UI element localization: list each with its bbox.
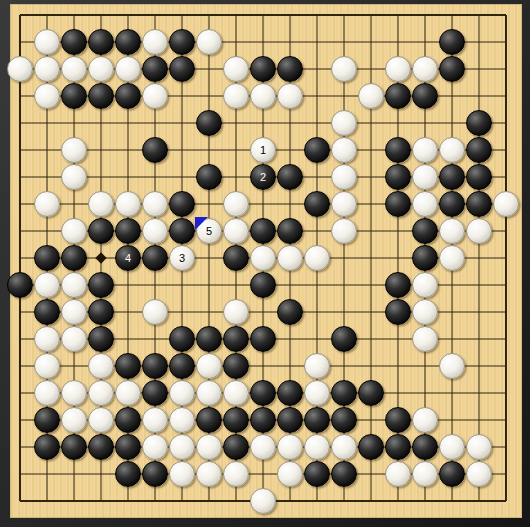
stone-black[interactable] [331,461,357,487]
stone-black[interactable] [466,137,492,163]
stone-white[interactable] [358,83,384,109]
stone-black[interactable] [439,56,465,82]
stone-white[interactable] [277,245,303,271]
stone-black[interactable] [88,434,114,460]
stone-black[interactable] [304,461,330,487]
stone-white[interactable] [331,137,357,163]
stone-black[interactable]: 4 [115,245,141,271]
stone-black[interactable] [223,353,249,379]
stone-white[interactable] [34,191,60,217]
stone-black[interactable] [7,272,33,298]
stone-black[interactable] [61,83,87,109]
stone-black[interactable] [385,407,411,433]
stone-white[interactable] [277,83,303,109]
stone-black[interactable] [358,380,384,406]
stone-white[interactable] [223,56,249,82]
stone-black[interactable] [34,299,60,325]
stone-black[interactable] [61,434,87,460]
stone-black[interactable] [88,272,114,298]
stone-black[interactable] [142,461,168,487]
stone-white[interactable] [115,191,141,217]
stone-white[interactable] [412,407,438,433]
stone-white[interactable] [304,380,330,406]
stone-white[interactable] [466,218,492,244]
stone-black[interactable] [115,434,141,460]
stone-white[interactable] [88,353,114,379]
stone-black[interactable] [439,191,465,217]
stone-black[interactable] [412,434,438,460]
stone-white[interactable] [331,56,357,82]
stone-white[interactable] [196,434,222,460]
stone-white[interactable] [331,191,357,217]
stone-black[interactable] [115,29,141,55]
stone-black[interactable] [385,272,411,298]
stone-white[interactable] [169,461,195,487]
stone-white[interactable] [61,272,87,298]
stone-white[interactable] [34,83,60,109]
move-number-label: 3 [179,253,185,264]
stone-black[interactable] [439,461,465,487]
stone-white[interactable] [439,137,465,163]
stone-black[interactable] [439,164,465,190]
stone-white[interactable] [385,461,411,487]
stone-black[interactable] [223,326,249,352]
stone-black[interactable] [142,380,168,406]
stone-black[interactable] [115,353,141,379]
stone-white[interactable] [196,461,222,487]
stone-white[interactable] [61,164,87,190]
stone-white[interactable] [61,407,87,433]
stone-white[interactable] [223,218,249,244]
stone-white[interactable] [34,326,60,352]
stone-black[interactable] [115,218,141,244]
stone-black[interactable] [169,218,195,244]
stone-black[interactable] [385,191,411,217]
stone-black[interactable] [466,191,492,217]
stone-black[interactable] [412,245,438,271]
stone-white[interactable] [412,137,438,163]
move-number-label: 1 [260,145,266,156]
stone-black[interactable] [61,29,87,55]
stone-white[interactable] [439,353,465,379]
stone-black[interactable] [169,191,195,217]
stone-black[interactable] [88,29,114,55]
stone-white[interactable] [439,434,465,460]
stone-white[interactable] [277,461,303,487]
stone-white[interactable] [250,434,276,460]
stone-white[interactable] [196,29,222,55]
stone-black[interactable] [142,137,168,163]
stone-white[interactable] [331,218,357,244]
stone-white[interactable] [304,245,330,271]
stone-white[interactable] [34,272,60,298]
stone-black[interactable] [385,299,411,325]
stone-white[interactable] [61,137,87,163]
stone-black[interactable] [223,434,249,460]
stone-black[interactable] [88,326,114,352]
stone-white[interactable] [250,245,276,271]
stone-black[interactable] [250,380,276,406]
stone-white[interactable] [277,434,303,460]
stone-black[interactable] [223,245,249,271]
move-number-label: 4 [125,253,131,264]
stone-black[interactable] [196,164,222,190]
stone-white[interactable] [142,83,168,109]
stone-white[interactable] [115,380,141,406]
stone-white[interactable] [88,56,114,82]
stone-white[interactable] [61,56,87,82]
stone-white[interactable] [34,29,60,55]
stone-black[interactable] [115,407,141,433]
stone-white[interactable] [331,434,357,460]
stone-black[interactable] [169,56,195,82]
stone-white[interactable] [7,56,33,82]
stone-white[interactable] [142,434,168,460]
stone-white[interactable] [412,191,438,217]
stone-white[interactable] [223,299,249,325]
stone-white[interactable] [493,191,519,217]
stone-white[interactable]: 1 [250,137,276,163]
stone-white[interactable] [250,488,276,514]
stone-white[interactable] [412,56,438,82]
stone-black[interactable] [196,110,222,136]
stone-black[interactable] [277,164,303,190]
stone-white[interactable] [61,299,87,325]
stone-black[interactable] [88,299,114,325]
stone-black[interactable]: 2 [250,164,276,190]
stone-white[interactable] [466,461,492,487]
stone-black[interactable] [34,245,60,271]
stone-white[interactable] [223,191,249,217]
stone-white[interactable] [466,434,492,460]
stone-white[interactable] [439,218,465,244]
stone-white[interactable]: 3 [169,245,195,271]
stone-white[interactable] [223,461,249,487]
stone-white[interactable] [88,380,114,406]
move-number-label: 2 [260,172,266,183]
stone-white[interactable] [34,56,60,82]
stone-white[interactable] [61,326,87,352]
stone-black[interactable] [412,218,438,244]
stone-black[interactable] [250,56,276,82]
stone-white[interactable] [412,326,438,352]
stone-black[interactable] [88,218,114,244]
stone-white[interactable] [385,56,411,82]
stone-black[interactable] [385,434,411,460]
stone-white[interactable] [142,29,168,55]
stone-black[interactable] [304,137,330,163]
stone-black[interactable] [196,326,222,352]
stone-white[interactable] [439,245,465,271]
stone-black[interactable] [250,326,276,352]
stone-white[interactable] [115,56,141,82]
stone-black[interactable] [385,83,411,109]
stone-white[interactable] [196,353,222,379]
stone-black[interactable] [277,407,303,433]
stone-white[interactable] [223,83,249,109]
stone-white[interactable] [34,380,60,406]
stone-white[interactable] [412,272,438,298]
stone-white[interactable] [169,434,195,460]
stone-white[interactable] [331,110,357,136]
stone-black[interactable] [331,326,357,352]
stone-white[interactable] [250,83,276,109]
stone-white[interactable] [61,380,87,406]
stone-white[interactable] [142,407,168,433]
stone-black[interactable] [304,407,330,433]
stone-white[interactable] [142,299,168,325]
stone-white[interactable] [169,407,195,433]
stone-black[interactable] [277,380,303,406]
stone-black[interactable] [385,137,411,163]
stone-black[interactable] [169,353,195,379]
stone-white[interactable] [412,164,438,190]
stone-white[interactable] [142,191,168,217]
stone-black[interactable] [331,407,357,433]
stone-black[interactable] [412,83,438,109]
stone-white[interactable] [88,191,114,217]
stone-black[interactable] [250,218,276,244]
stone-black[interactable] [277,299,303,325]
stone-white[interactable] [196,380,222,406]
stone-black[interactable] [439,29,465,55]
stone-white[interactable] [88,407,114,433]
stone-black[interactable] [358,434,384,460]
stone-black[interactable] [61,245,87,271]
stone-black[interactable] [88,83,114,109]
stone-black[interactable] [304,191,330,217]
stone-white[interactable] [304,353,330,379]
stone-black[interactable] [115,83,141,109]
stone-white[interactable] [304,434,330,460]
stone-white[interactable] [61,218,87,244]
stone-black[interactable] [466,110,492,136]
stone-black[interactable] [142,245,168,271]
go-board[interactable]: 12543 [10,4,522,518]
stone-black[interactable] [142,56,168,82]
stone-white[interactable] [412,461,438,487]
stone-black[interactable] [169,29,195,55]
stone-black[interactable] [250,407,276,433]
stone-white[interactable] [34,353,60,379]
stone-white[interactable] [412,299,438,325]
stone-black[interactable] [34,407,60,433]
stone-black[interactable] [115,461,141,487]
stone-black[interactable] [466,164,492,190]
stone-black[interactable] [331,380,357,406]
screen: 12543 [0,0,530,527]
stone-white[interactable] [223,380,249,406]
stone-black[interactable] [277,218,303,244]
stone-black[interactable] [34,434,60,460]
move-number-label: 5 [206,226,212,237]
stone-black[interactable] [385,164,411,190]
stone-black[interactable] [196,407,222,433]
stone-black[interactable] [277,56,303,82]
stone-white[interactable] [331,164,357,190]
stone-black[interactable] [223,407,249,433]
stone-black[interactable] [169,326,195,352]
stone-white[interactable] [169,380,195,406]
stone-black[interactable] [142,353,168,379]
stone-white[interactable] [142,218,168,244]
stone-black[interactable] [250,272,276,298]
